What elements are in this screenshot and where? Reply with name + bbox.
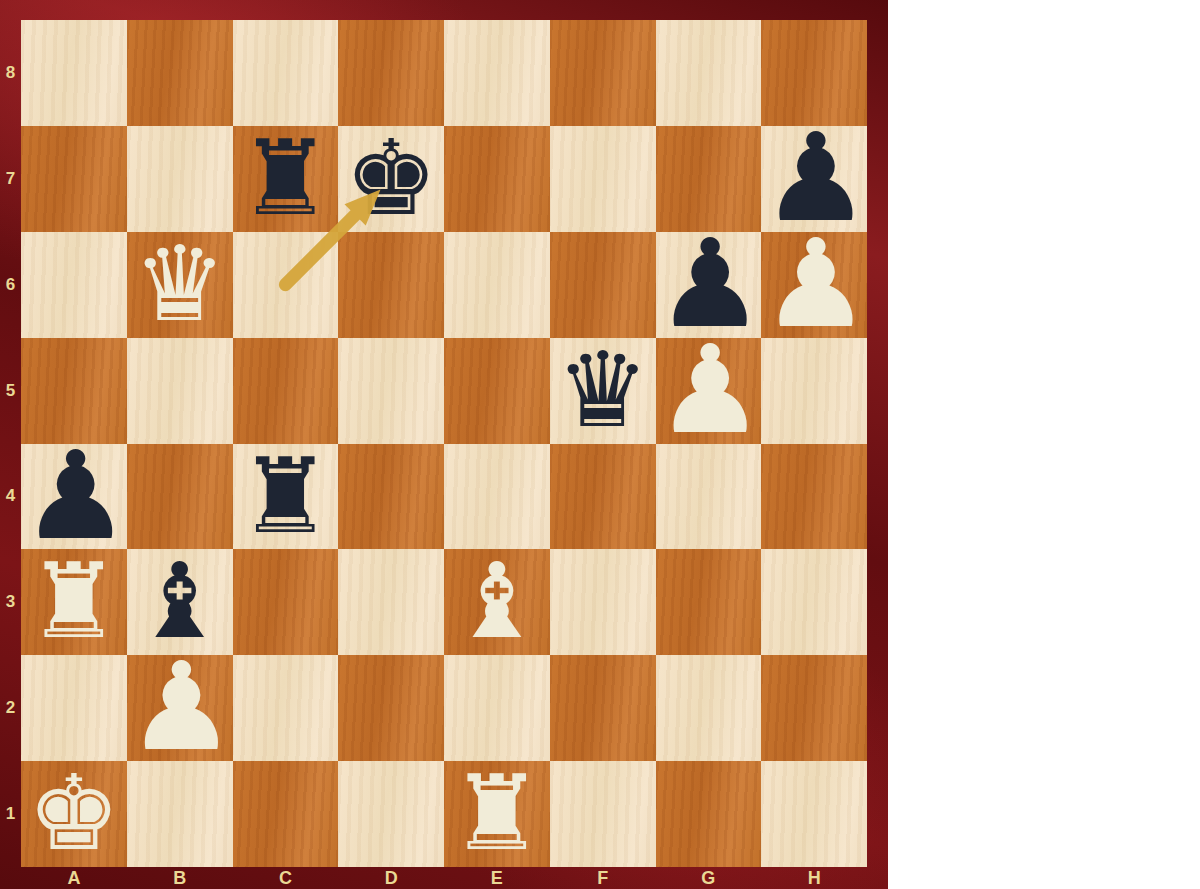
- white-queen-b6[interactable]: ♛: [127, 232, 233, 338]
- square-g3[interactable]: [656, 549, 762, 655]
- square-b4[interactable]: [127, 444, 233, 550]
- square-g1[interactable]: [656, 761, 762, 867]
- square-a7[interactable]: [21, 126, 127, 232]
- square-c5[interactable]: [233, 338, 339, 444]
- square-b8[interactable]: [127, 20, 233, 126]
- square-g5[interactable]: ♟: [656, 338, 762, 444]
- square-g8[interactable]: [656, 20, 762, 126]
- square-f7[interactable]: [550, 126, 656, 232]
- square-b7[interactable]: [127, 126, 233, 232]
- square-f2[interactable]: [550, 655, 656, 761]
- square-h4[interactable]: [761, 444, 867, 550]
- square-c8[interactable]: [233, 20, 339, 126]
- white-pawn-h6[interactable]: ♟: [761, 232, 867, 338]
- square-d2[interactable]: [338, 655, 444, 761]
- file-label-d: D: [338, 867, 444, 889]
- rank-label-8: 8: [0, 20, 21, 126]
- square-g4[interactable]: [656, 444, 762, 550]
- square-a4[interactable]: ♟: [21, 444, 127, 550]
- white-pawn-b2[interactable]: ♟: [127, 655, 233, 761]
- square-d1[interactable]: [338, 761, 444, 867]
- file-label-c: C: [233, 867, 339, 889]
- rank-label-4: 4: [0, 444, 21, 550]
- file-labels: ABCDEFGH: [21, 867, 867, 889]
- square-c2[interactable]: [233, 655, 339, 761]
- square-c6[interactable]: [233, 232, 339, 338]
- square-h2[interactable]: [761, 655, 867, 761]
- square-f3[interactable]: [550, 549, 656, 655]
- square-f8[interactable]: [550, 20, 656, 126]
- square-d3[interactable]: [338, 549, 444, 655]
- black-king-d7[interactable]: ♚: [338, 126, 444, 232]
- black-rook-c4[interactable]: ♜: [233, 444, 339, 550]
- black-rook-c7[interactable]: ♜: [233, 126, 339, 232]
- rank-label-3: 3: [0, 549, 21, 655]
- square-h1[interactable]: [761, 761, 867, 867]
- chess-board[interactable]: ♜♚♟♛♟♟♛♟♟♜♜♝♝♟♚♜: [21, 20, 867, 867]
- square-a6[interactable]: [21, 232, 127, 338]
- square-d7[interactable]: ♚: [338, 126, 444, 232]
- rank-label-7: 7: [0, 126, 21, 232]
- square-e2[interactable]: [444, 655, 550, 761]
- square-f4[interactable]: [550, 444, 656, 550]
- square-e5[interactable]: [444, 338, 550, 444]
- square-d4[interactable]: [338, 444, 444, 550]
- square-f5[interactable]: ♛: [550, 338, 656, 444]
- square-a1[interactable]: ♚: [21, 761, 127, 867]
- white-pawn-g5[interactable]: ♟: [656, 338, 762, 444]
- square-h5[interactable]: [761, 338, 867, 444]
- rank-labels: 87654321: [0, 20, 21, 867]
- rank-label-5: 5: [0, 338, 21, 444]
- square-a3[interactable]: ♜: [21, 549, 127, 655]
- rank-label-1: 1: [0, 761, 21, 867]
- square-e7[interactable]: [444, 126, 550, 232]
- page: 87654321 ABCDEFGH ♜♚♟♛♟♟♛♟♟♜♜♝♝♟♚♜: [0, 0, 1200, 889]
- square-h6[interactable]: ♟: [761, 232, 867, 338]
- square-f6[interactable]: [550, 232, 656, 338]
- square-c4[interactable]: ♜: [233, 444, 339, 550]
- square-d8[interactable]: [338, 20, 444, 126]
- file-label-f: F: [550, 867, 656, 889]
- file-label-h: H: [761, 867, 867, 889]
- square-c3[interactable]: [233, 549, 339, 655]
- chess-board-frame: 87654321 ABCDEFGH ♜♚♟♛♟♟♛♟♟♜♜♝♝♟♚♜: [0, 0, 888, 889]
- square-b6[interactable]: ♛: [127, 232, 233, 338]
- square-e1[interactable]: ♜: [444, 761, 550, 867]
- square-f1[interactable]: [550, 761, 656, 867]
- square-c1[interactable]: [233, 761, 339, 867]
- square-d6[interactable]: [338, 232, 444, 338]
- square-c7[interactable]: ♜: [233, 126, 339, 232]
- square-e8[interactable]: [444, 20, 550, 126]
- square-d5[interactable]: [338, 338, 444, 444]
- white-bishop-e3[interactable]: ♝: [444, 549, 550, 655]
- square-e3[interactable]: ♝: [444, 549, 550, 655]
- square-e6[interactable]: [444, 232, 550, 338]
- square-e4[interactable]: [444, 444, 550, 550]
- square-a2[interactable]: [21, 655, 127, 761]
- square-b2[interactable]: ♟: [127, 655, 233, 761]
- file-label-b: B: [127, 867, 233, 889]
- white-rook-e1[interactable]: ♜: [444, 761, 550, 867]
- black-pawn-a4[interactable]: ♟: [21, 444, 127, 550]
- black-queen-f5[interactable]: ♛: [550, 338, 656, 444]
- white-rook-a3[interactable]: ♜: [21, 549, 127, 655]
- square-a8[interactable]: [21, 20, 127, 126]
- square-h3[interactable]: [761, 549, 867, 655]
- square-g2[interactable]: [656, 655, 762, 761]
- rank-label-6: 6: [0, 232, 21, 338]
- white-king-a1[interactable]: ♚: [21, 761, 127, 867]
- rank-label-2: 2: [0, 655, 21, 761]
- file-label-g: G: [656, 867, 762, 889]
- square-b5[interactable]: [127, 338, 233, 444]
- square-b1[interactable]: [127, 761, 233, 867]
